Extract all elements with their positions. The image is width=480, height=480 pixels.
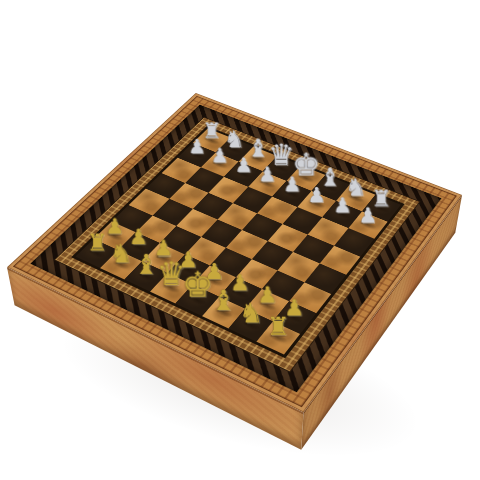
- piece-silver-pawn: ♟: [333, 195, 352, 216]
- square-d5: [217, 203, 257, 230]
- square-f6: [282, 207, 322, 235]
- piece-gold-bishop: ♝: [211, 286, 236, 314]
- piece-gold-rook: ♜: [86, 232, 107, 255]
- piece-gold-knight: ♞: [110, 241, 133, 267]
- piece-gold-king: ♚: [182, 267, 213, 302]
- piece-silver-pawn: ♟: [308, 185, 326, 205]
- piece-silver-pawn: ♟: [283, 175, 301, 195]
- piece-gold-bishop: ♝: [134, 251, 158, 278]
- piece-silver-pawn: ♟: [188, 137, 206, 157]
- piece-silver-pawn: ♟: [234, 156, 252, 176]
- piece-gold-knight: ♞: [238, 300, 262, 327]
- square-g5: [293, 234, 334, 263]
- piece-silver-pawn: ♟: [211, 146, 229, 166]
- piece-silver-pawn: ♟: [258, 165, 276, 185]
- piece-gold-rook: ♜: [267, 314, 290, 339]
- scene: ♜♞♝♛♚♝♞♜♟♟♟♟♟♟♟♟♟♟♟♟♟♟♟♟♜♞♝♛♚♝♞♜: [0, 0, 480, 480]
- frame-line: ♜♞♝♛♚♝♞♜♟♟♟♟♟♟♟♟♟♟♟♟♟♟♟♟♜♞♝♛♚♝♞♜: [71, 126, 405, 358]
- chess-box: ♜♞♝♛♚♝♞♜♟♟♟♟♟♟♟♟♟♟♟♟♟♟♟♟♜♞♝♛♚♝♞♜: [7, 93, 462, 412]
- piece-gold-pawn: ♟: [105, 216, 124, 237]
- square-g6: [308, 217, 348, 245]
- board-top-surface: ♜♞♝♛♚♝♞♜♟♟♟♟♟♟♟♟♟♟♟♟♟♟♟♟♜♞♝♛♚♝♞♜: [7, 93, 462, 412]
- outer-print-band: ♜♞♝♛♚♝♞♜♟♟♟♟♟♟♟♟♟♟♟♟♟♟♟♟♜♞♝♛♚♝♞♜: [13, 96, 457, 407]
- square-h6: [334, 228, 374, 257]
- product-photo: ♜♞♝♛♚♝♞♜♟♟♟♟♟♟♟♟♟♟♟♟♟♟♟♟♜♞♝♛♚♝♞♜: [0, 0, 480, 480]
- carved-stitched-border: ♜♞♝♛♚♝♞♜♟♟♟♟♟♟♟♟♟♟♟♟♟♟♟♟♜♞♝♛♚♝♞♜: [30, 105, 441, 392]
- piece-silver-pawn: ♟: [359, 206, 378, 227]
- board-grid: ♜♞♝♛♚♝♞♜♟♟♟♟♟♟♟♟♟♟♟♟♟♟♟♟♜♞♝♛♚♝♞♜: [76, 128, 401, 354]
- square-g7: ♟: [322, 201, 361, 228]
